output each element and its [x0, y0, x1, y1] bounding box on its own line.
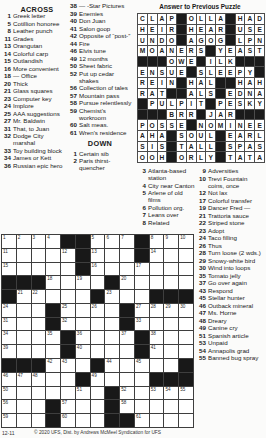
answer-cell-letter: R: [187, 152, 196, 162]
answer-cell-letter: R: [245, 131, 254, 141]
puzzle-cell[interactable]: 55: [179, 387, 193, 400]
puzzle-cell-black: [120, 414, 134, 427]
puzzle-cell[interactable]: 5: [91, 235, 105, 248]
puzzle-cell[interactable]: [76, 290, 90, 303]
puzzle-cell[interactable]: 15: [2, 263, 16, 276]
puzzle-cell-black: [46, 400, 60, 413]
clue-number: 37: [196, 279, 208, 286]
puzzle-cell[interactable]: 59: [2, 414, 16, 427]
puzzle-cell[interactable]: 46: [2, 373, 16, 386]
puzzle-cell[interactable]: 58: [120, 400, 134, 413]
clue-number: 17: [196, 197, 208, 204]
puzzle-cell[interactable]: [32, 318, 46, 331]
puzzle-cell[interactable]: 34: [2, 331, 16, 344]
cell-number: 6: [106, 235, 109, 240]
answer-cell-letter: E: [226, 46, 235, 56]
puzzle-cell[interactable]: [150, 359, 164, 372]
answer-cell-black: [236, 110, 245, 120]
puzzle-cell[interactable]: [46, 263, 60, 276]
answer-cell-letter: E: [197, 25, 206, 35]
puzzle-cell[interactable]: [179, 414, 193, 427]
answer-cell-black: [167, 152, 176, 162]
answer-cell-letter: E: [226, 131, 235, 141]
cell-number: 8: [151, 235, 154, 240]
puzzle-cell[interactable]: [135, 387, 149, 400]
puzzle-cell[interactable]: 6: [105, 235, 119, 248]
clue-number: 40: [67, 17, 79, 24]
cell-number: 40: [77, 345, 82, 350]
puzzle-cell[interactable]: 54: [164, 387, 178, 400]
puzzle-cell[interactable]: [179, 318, 193, 331]
clue-text: Fire: [79, 40, 90, 47]
puzzle-cell[interactable]: [105, 373, 119, 386]
puzzle-cell[interactable]: [17, 249, 31, 262]
puzzle-cell[interactable]: 60: [61, 414, 75, 427]
cell-number: 31: [3, 318, 8, 323]
clue-down-29: 29Snowy-white bird: [196, 257, 265, 264]
puzzle-cell[interactable]: [120, 359, 134, 372]
puzzle-cell[interactable]: [164, 263, 178, 276]
answer-cell-letter: H: [187, 25, 196, 35]
cell-number: 3: [33, 235, 36, 240]
clue-text: Glass squares: [13, 87, 53, 94]
answer-cell-letter: O: [138, 152, 147, 162]
cell-number: 29: [165, 304, 170, 309]
puzzle-cell[interactable]: 7: [120, 235, 134, 248]
clue-down-4: 4City near Canton: [136, 182, 195, 189]
clue-number: 16: [1, 65, 13, 72]
puzzle-cell[interactable]: [179, 345, 193, 358]
puzzle-cell[interactable]: [32, 263, 46, 276]
puzzle-cell[interactable]: [179, 276, 193, 289]
answer-cell-letter: Y: [245, 67, 254, 77]
answer-cell-black: [177, 25, 186, 35]
puzzle-cell[interactable]: [105, 318, 119, 331]
answer-cell-black: [226, 35, 235, 45]
answer-cell-letter: S: [245, 25, 254, 35]
puzzle-cell[interactable]: 42: [46, 359, 60, 372]
puzzle-cell[interactable]: [135, 290, 149, 303]
answer-cell-letter: K: [226, 57, 235, 67]
answer-cell-letter: G: [197, 35, 206, 45]
puzzle-cell[interactable]: [120, 249, 134, 262]
puzzle-cell[interactable]: [150, 276, 164, 289]
puzzle-cell[interactable]: [105, 249, 119, 262]
puzzle-cell[interactable]: [164, 276, 178, 289]
clue-number: 49: [196, 324, 208, 331]
puzzle-cell[interactable]: 41: [150, 345, 164, 358]
clue-number: 31: [1, 125, 13, 132]
clue-text: Turn loose (2 wds.): [208, 249, 261, 256]
cell-number: 36: [77, 331, 82, 336]
puzzle-cell[interactable]: 2: [17, 235, 31, 248]
clue-across-39: 39Enemies: [67, 10, 133, 17]
puzzle-cell[interactable]: [91, 387, 105, 400]
puzzle-cell[interactable]: 50: [2, 387, 16, 400]
answer-cell-letter: S: [197, 46, 206, 56]
puzzle-cell[interactable]: [164, 345, 178, 358]
cell-number: 18: [47, 276, 52, 281]
puzzle-cell[interactable]: [61, 373, 75, 386]
cell-number: 23: [106, 290, 111, 295]
answer-cell-letter: E: [177, 67, 186, 77]
puzzle-cell[interactable]: 20: [120, 276, 134, 289]
answer-cell-letter: E: [187, 57, 196, 67]
answer-cell-black: [216, 78, 225, 88]
puzzle-cell[interactable]: 17: [135, 263, 149, 276]
answer-cell-letter: A: [206, 25, 215, 35]
puzzle-cell[interactable]: 9: [164, 235, 178, 248]
puzzle-cell[interactable]: [32, 414, 46, 427]
puzzle-cell[interactable]: [17, 345, 31, 358]
puzzle-cell[interactable]: [120, 345, 134, 358]
puzzle-cell[interactable]: 24: [2, 304, 16, 317]
puzzle-cell[interactable]: 57: [61, 400, 75, 413]
puzzle-cell[interactable]: [76, 414, 90, 427]
puzzle-cell[interactable]: [105, 304, 119, 317]
answer-cell-letter: I: [158, 78, 167, 88]
clue-text: Colorful transfer: [208, 197, 252, 204]
puzzle-cell[interactable]: 1: [2, 235, 16, 248]
puzzle-cell-black: [105, 276, 119, 289]
clue-number: 30: [196, 264, 208, 271]
clue-number: 14: [1, 50, 13, 57]
puzzle-cell[interactable]: 13: [91, 249, 105, 262]
puzzle-cell[interactable]: [105, 345, 119, 358]
puzzle-cell[interactable]: 18: [46, 276, 60, 289]
clue-down-45: 45Stellar hunter: [196, 294, 265, 301]
answer-cell-black: [255, 110, 264, 120]
puzzle-cell[interactable]: [46, 373, 60, 386]
puzzle-cell[interactable]: 10: [179, 235, 193, 248]
answer-cell-letter: D: [158, 35, 167, 45]
cell-number: 33: [136, 318, 141, 323]
puzzle-cell[interactable]: [46, 387, 60, 400]
cell-number: 51: [77, 387, 82, 392]
puzzle-cell[interactable]: [17, 414, 31, 427]
puzzle-cell[interactable]: [150, 414, 164, 427]
answer-cell-letter: S: [158, 120, 167, 130]
answer-cell-letter: N: [197, 120, 206, 130]
puzzle-cell[interactable]: 28: [150, 304, 164, 317]
clue-number: 55: [196, 354, 208, 361]
puzzle-cell[interactable]: 49: [91, 373, 105, 386]
puzzle-cell[interactable]: [164, 318, 178, 331]
puzzle-cell[interactable]: [61, 276, 75, 289]
cell-number: 13: [92, 249, 97, 254]
puzzle-cell[interactable]: 30: [179, 304, 193, 317]
puzzle-cell[interactable]: 56: [2, 400, 16, 413]
clue-number: 28: [196, 249, 208, 256]
puzzle-cell[interactable]: 21: [17, 290, 31, 303]
clue-across-60: 60Salt meas.: [67, 121, 133, 128]
puzzle-cell[interactable]: 27: [135, 304, 149, 317]
puzzle-cell[interactable]: [150, 263, 164, 276]
cell-number: 1: [3, 235, 6, 240]
clue-text: Put up cedar shakes: [79, 70, 133, 84]
puzzle-cell[interactable]: [164, 249, 178, 262]
puzzle-cell[interactable]: [91, 276, 105, 289]
puzzle-cell-black: [91, 290, 105, 303]
cell-number: 44: [106, 359, 111, 364]
cell-number: 5: [92, 235, 95, 240]
puzzle-cell[interactable]: 37: [120, 331, 134, 344]
puzzle-cell[interactable]: 3: [32, 235, 46, 248]
puzzle-cell[interactable]: [105, 331, 119, 344]
puzzle-cell[interactable]: 48: [32, 373, 46, 386]
cell-number: 41: [151, 345, 156, 350]
answer-cell-letter: L: [148, 14, 157, 24]
answer-cell-letter: R: [138, 89, 147, 99]
puzzle-cell[interactable]: [135, 400, 149, 413]
clue-across-15: 15Outlandish: [1, 57, 66, 64]
answer-cell-letter: N: [148, 35, 157, 45]
clue-across-33: 33Toy building block: [1, 147, 66, 154]
puzzle-cell[interactable]: [46, 249, 60, 262]
puzzle-cell[interactable]: 22: [32, 290, 46, 303]
puzzle-cell[interactable]: [17, 263, 31, 276]
clue-across-1: 1Greek letter: [1, 12, 66, 19]
answer-cell-letter: P: [236, 142, 245, 152]
clue-down-17: 17Colorful transfer: [196, 197, 265, 204]
puzzle-cell[interactable]: [179, 263, 193, 276]
clue-number: 9: [196, 167, 208, 174]
clue-number: 35: [196, 272, 208, 279]
answer-cell-letter: M: [138, 46, 147, 56]
puzzle-cell[interactable]: 19: [76, 276, 90, 289]
puzzle-cell[interactable]: [17, 331, 31, 344]
puzzle-cell[interactable]: [91, 414, 105, 427]
puzzle-cell[interactable]: 8: [150, 235, 164, 248]
puzzle-cell[interactable]: [179, 249, 193, 262]
puzzle-cell[interactable]: [164, 331, 178, 344]
clue-number: 51: [196, 332, 208, 339]
clue-text: Elvis tune: [79, 47, 106, 54]
puzzle-cell[interactable]: [164, 414, 178, 427]
puzzle-cell-black: [2, 276, 16, 289]
puzzle-cell[interactable]: [76, 359, 90, 372]
puzzle-cell[interactable]: [179, 400, 193, 413]
clue-across-42: 42Opposite of “post-”: [67, 32, 133, 39]
answer-cell-letter: R: [138, 78, 147, 88]
puzzle-cell[interactable]: 45: [135, 359, 149, 372]
puzzle-cell[interactable]: [46, 345, 60, 358]
clue-down-23: 23Adopt: [196, 227, 265, 234]
answer-cell-black: [138, 57, 147, 67]
answer-cell-letter: O: [148, 46, 157, 56]
answer-cell-black: [216, 152, 225, 162]
puzzle-cell[interactable]: [150, 318, 164, 331]
puzzle-cell[interactable]: [91, 400, 105, 413]
puzzle-cell[interactable]: [32, 304, 46, 317]
puzzle-cell[interactable]: [17, 318, 31, 331]
clue-across-27: 27Mr. Baldwin: [1, 117, 66, 124]
puzzle-cell[interactable]: [76, 400, 90, 413]
answer-cell-black: [197, 57, 206, 67]
puzzle-cell[interactable]: [32, 249, 46, 262]
clue-text: Dodge City marshal: [13, 132, 66, 146]
puzzle-cell[interactable]: 14: [150, 249, 164, 262]
puzzle-cell[interactable]: 11: [2, 249, 16, 262]
puzzle-cell[interactable]: [120, 290, 134, 303]
puzzle-cell[interactable]: 43: [61, 359, 75, 372]
cell-number: 21: [18, 290, 23, 295]
puzzle-cell[interactable]: [150, 400, 164, 413]
answer-cell-letter: L: [236, 35, 245, 45]
answer-cell-black: [177, 78, 186, 88]
clue-across-41: 41Salon goop: [67, 25, 133, 32]
puzzle-cell[interactable]: [164, 359, 178, 372]
answer-cell-letter: N: [236, 120, 245, 130]
puzzle-cell[interactable]: [76, 304, 90, 317]
clue-text: Arlene of old films: [148, 189, 195, 203]
puzzle-cell[interactable]: [135, 373, 149, 386]
clue-down-54: 54Annapolis grad: [196, 347, 265, 354]
puzzle-cell[interactable]: [61, 387, 75, 400]
clue-text: Striped stone: [208, 219, 244, 226]
answer-cell-letter: L: [255, 131, 264, 141]
puzzle-cell[interactable]: [46, 290, 60, 303]
puzzle-cell[interactable]: 61: [135, 414, 149, 427]
across-clues-1-36: 1Greek letter5Cotillion honoree8Leather …: [1, 12, 66, 169]
clue-number: 52: [67, 70, 79, 84]
answer-cell-letter: L: [206, 78, 215, 88]
answer-cell-letter: S: [206, 89, 215, 99]
down-header: DOWN: [67, 139, 133, 148]
clue-text: Outback mineral: [208, 302, 253, 309]
clue-down-12: 12Not lax: [196, 189, 265, 196]
answer-cell-letter: T: [158, 89, 167, 99]
puzzle-cell[interactable]: [179, 331, 193, 344]
answer-cell-letter: H: [236, 14, 245, 24]
puzzle-cell[interactable]: [17, 304, 31, 317]
down-clues-1-2: 1Certain sib2Paris thirst-quencher: [67, 150, 133, 172]
answer-cell-letter: A: [158, 14, 167, 24]
puzzle-cell[interactable]: [61, 263, 75, 276]
answer-cell-letter: M: [216, 120, 225, 130]
clue-across-57: 57Mountain pass: [67, 92, 133, 99]
answer-cell-black: [167, 142, 176, 152]
answer-cell-letter: L: [197, 89, 206, 99]
clue-text: 12 months: [79, 55, 108, 62]
clue-down-5: 5Arlene of old films: [136, 189, 195, 203]
answer-cell-letter: E: [255, 120, 264, 130]
puzzle-cell[interactable]: [32, 331, 46, 344]
clue-number: 59: [67, 107, 79, 121]
answer-cell-letter: E: [226, 89, 235, 99]
answer-cell-letter: S: [245, 46, 254, 56]
puzzle-cell[interactable]: 40: [76, 345, 90, 358]
puzzle-cell[interactable]: 47: [17, 373, 31, 386]
answer-cell-letter: O: [148, 152, 157, 162]
puzzle-cell[interactable]: 38: [150, 331, 164, 344]
clue-down-21: 21Trattoria sauce: [196, 212, 265, 219]
answer-cell-letter: N: [255, 35, 264, 45]
puzzle-cell[interactable]: [91, 331, 105, 344]
puzzle-cell[interactable]: 31: [2, 318, 16, 331]
puzzle-cell[interactable]: [91, 345, 105, 358]
puzzle-cell[interactable]: 53: [150, 387, 164, 400]
puzzle-cell[interactable]: 4: [46, 235, 60, 248]
puzzle-cell[interactable]: 23: [105, 290, 119, 303]
puzzle-cell[interactable]: 44: [105, 359, 119, 372]
puzzle-cell[interactable]: 26: [91, 304, 105, 317]
clue-across-36: 36Russian epic hero: [1, 162, 66, 169]
puzzle-cell[interactable]: 35: [46, 331, 60, 344]
clue-number: 54: [196, 347, 208, 354]
clue-across-14: 14Colorful carp: [1, 50, 66, 57]
clue-across-16: 16More convenient: [1, 65, 66, 72]
puzzle-cell[interactable]: [91, 318, 105, 331]
answer-cell-letter: E: [216, 67, 225, 77]
puzzle-cell[interactable]: [135, 276, 149, 289]
puzzle-cell[interactable]: [76, 318, 90, 331]
puzzle-cell[interactable]: [32, 387, 46, 400]
clue-number: 27: [1, 117, 13, 124]
clue-number: 57: [67, 92, 79, 99]
puzzle-cell[interactable]: [120, 373, 134, 386]
puzzle-cell-black: [164, 290, 178, 303]
puzzle-cell[interactable]: [61, 290, 75, 303]
puzzle-cell[interactable]: [17, 387, 31, 400]
answer-cell-black: [197, 110, 206, 120]
answer-cell-letter: L: [197, 142, 206, 152]
answer-cell-black: [255, 67, 264, 77]
puzzle-cell[interactable]: 52: [120, 387, 134, 400]
answer-cell-letter: L: [206, 142, 215, 152]
cell-number: 50: [3, 387, 8, 392]
answer-cell-letter: H: [148, 131, 157, 141]
puzzle-cell[interactable]: 33: [135, 318, 149, 331]
puzzle-cell[interactable]: [105, 263, 119, 276]
puzzle-cell-black: [61, 331, 75, 344]
clue-number: 20: [1, 80, 13, 87]
clue-across-40: 40Don Juan: [67, 17, 133, 24]
puzzle-cell[interactable]: [120, 263, 134, 276]
puzzle-cell-black: [46, 304, 60, 317]
answer-grid: CLAPOLLAHADHEIRHEARUSEUNDOAGOGLPNMOANERS…: [137, 13, 265, 163]
clue-number: 23: [1, 95, 13, 102]
answer-cell-black: [148, 57, 157, 67]
clue-across-23: 23Computer key: [1, 95, 66, 102]
clue-across-13: 13Orangutan: [1, 42, 66, 49]
answer-cell-letter: T: [245, 152, 254, 162]
puzzle-cell[interactable]: 25: [61, 304, 75, 317]
clue-text: Snowy-white bird: [208, 257, 255, 264]
answer-cell-letter: R: [177, 110, 186, 120]
clue-text: Mountain pass: [79, 92, 119, 99]
cell-number: 56: [3, 400, 8, 405]
clue-text: Russian epic hero: [13, 162, 63, 169]
puzzle-cell[interactable]: 51: [76, 387, 90, 400]
puzzle-cell[interactable]: 12: [61, 249, 75, 262]
puzzle-cell[interactable]: [32, 400, 46, 413]
puzzle-cell[interactable]: [32, 345, 46, 358]
puzzle-cell[interactable]: 36: [76, 331, 90, 344]
answer-cell-letter: P: [148, 99, 157, 109]
clue-number: 45: [196, 294, 208, 301]
puzzle-cell[interactable]: 39: [2, 345, 16, 358]
puzzle-cell[interactable]: 32: [61, 318, 75, 331]
cell-number: 7: [121, 235, 124, 240]
clue-text: Go over again: [208, 279, 247, 286]
clue-text: That, to Juan: [13, 125, 49, 132]
puzzle-cell[interactable]: [17, 400, 31, 413]
puzzle-cell[interactable]: 29: [164, 304, 178, 317]
clue-number: 6: [136, 204, 148, 211]
puzzle-cell[interactable]: [164, 400, 178, 413]
puzzle-cell[interactable]: 16: [91, 263, 105, 276]
